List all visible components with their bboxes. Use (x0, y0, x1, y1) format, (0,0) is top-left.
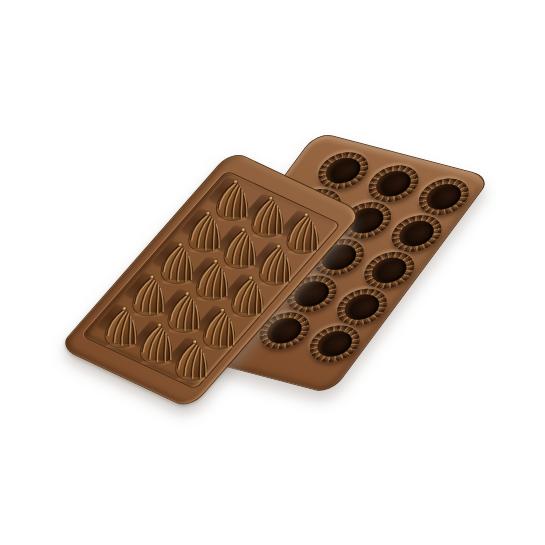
product-photo-canvas (0, 0, 545, 545)
flame-cavity (89, 303, 152, 351)
round-cavity (410, 174, 479, 220)
round-cavity (328, 284, 397, 330)
round-cavity (383, 211, 452, 257)
round-cavity (301, 321, 370, 367)
round-cavity (355, 247, 424, 293)
flame-peak (99, 305, 143, 349)
